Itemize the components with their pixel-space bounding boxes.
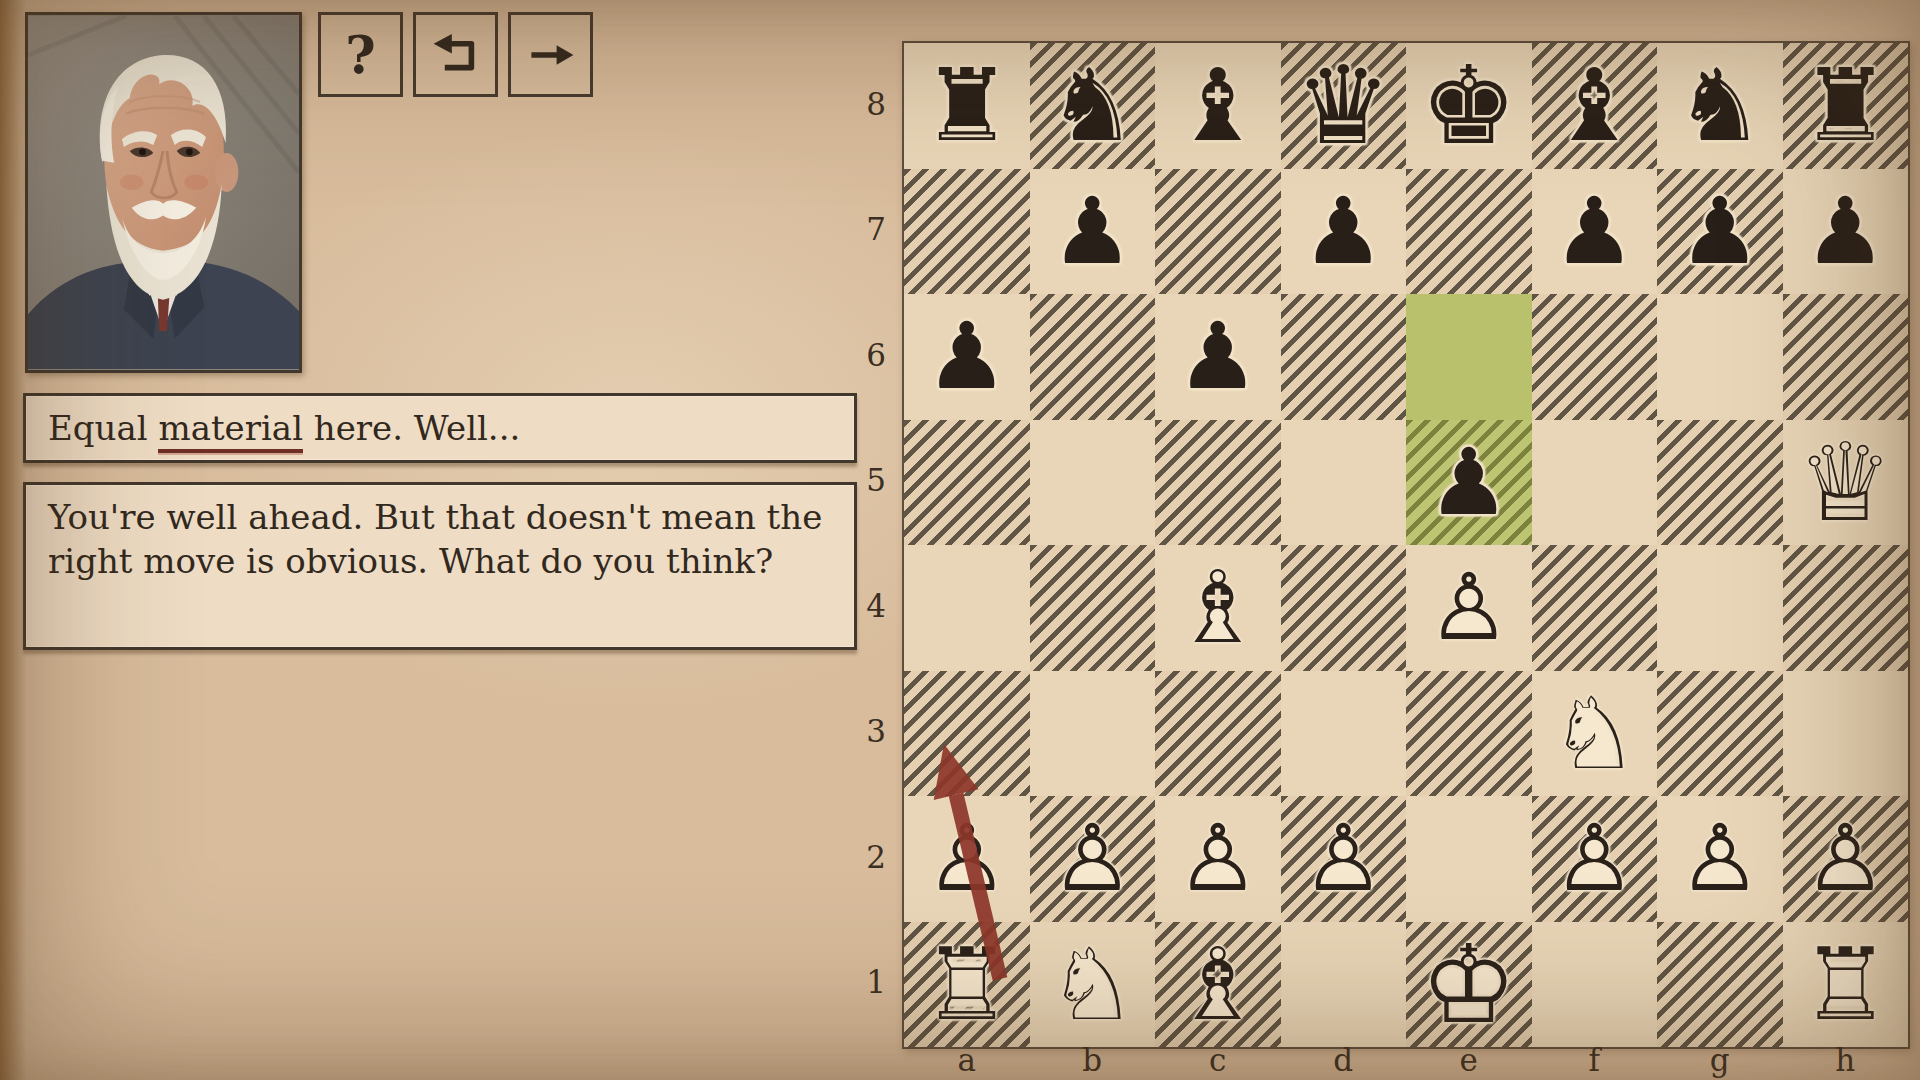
piece-outline: ♙ xyxy=(1406,545,1532,671)
square-d6[interactable] xyxy=(1281,294,1407,420)
black-pawn-b7: ♟ xyxy=(1030,169,1156,295)
square-h6[interactable] xyxy=(1783,294,1909,420)
square-b5[interactable] xyxy=(1030,420,1156,546)
piece-outline: ♗ xyxy=(1155,545,1281,671)
square-c3[interactable] xyxy=(1155,671,1281,797)
black-pawn-a6: ♟ xyxy=(904,294,1030,420)
undo-arrow-icon xyxy=(428,27,484,83)
square-f6[interactable] xyxy=(1532,294,1658,420)
square-f4[interactable] xyxy=(1532,545,1658,671)
square-f8[interactable]: ♝ xyxy=(1532,43,1658,169)
square-d2[interactable]: ♟♙ xyxy=(1281,796,1407,922)
dialogue-text-1: Equal material here. Well... xyxy=(26,396,854,462)
square-e6[interactable] xyxy=(1406,294,1532,420)
piece-outline: ♘ xyxy=(1030,922,1156,1048)
rank-label-6: 6 xyxy=(842,292,894,418)
square-e3[interactable] xyxy=(1406,671,1532,797)
square-g6[interactable] xyxy=(1657,294,1783,420)
black-bishop-f8: ♝ xyxy=(1532,43,1658,169)
square-b8[interactable]: ♞ xyxy=(1030,43,1156,169)
square-e2[interactable] xyxy=(1406,796,1532,922)
rank-label-3: 3 xyxy=(842,669,894,795)
rank-label-7: 7 xyxy=(842,167,894,293)
piece-outline: ♙ xyxy=(1532,796,1658,922)
square-b1[interactable]: ♞♘ xyxy=(1030,922,1156,1048)
square-c4[interactable]: ♝♗ xyxy=(1155,545,1281,671)
white-rook-a1: ♜♖ xyxy=(904,922,1030,1048)
coach-portrait xyxy=(25,12,302,373)
dialogue-bubble-2: You're well ahead. But that doesn't mean… xyxy=(23,482,857,650)
dialogue-bubble-1: Equal material here. Well... xyxy=(23,393,857,463)
dialogue-text-2: You're well ahead. But that doesn't mean… xyxy=(26,485,854,595)
file-label-f: f xyxy=(1532,1042,1658,1080)
square-a6[interactable]: ♟ xyxy=(904,294,1030,420)
square-c8[interactable]: ♝ xyxy=(1155,43,1281,169)
square-f1[interactable] xyxy=(1532,922,1658,1048)
white-pawn-h2: ♟♙ xyxy=(1783,796,1909,922)
white-bishop-c1: ♝♗ xyxy=(1155,922,1281,1048)
square-b7[interactable]: ♟ xyxy=(1030,169,1156,295)
rank-label-4: 4 xyxy=(842,543,894,669)
black-rook-h8: ♜ xyxy=(1783,43,1909,169)
square-e5[interactable]: ♟ xyxy=(1406,420,1532,546)
square-a5[interactable] xyxy=(904,420,1030,546)
file-label-e: e xyxy=(1406,1042,1532,1080)
square-h5[interactable]: ♛♕ xyxy=(1783,420,1909,546)
square-g7[interactable]: ♟ xyxy=(1657,169,1783,295)
piece-outline: ♗ xyxy=(1155,922,1281,1048)
black-pawn-f7: ♟ xyxy=(1532,169,1658,295)
chess-board: ♜♞♝♛♚♝♞♜♟♟♟♟♟♟♟♟♛♕♝♗♟♙♞♘♟♙♟♙♟♙♟♙♟♙♟♙♟♙♜♖… xyxy=(902,41,1910,1049)
square-a3[interactable] xyxy=(904,671,1030,797)
square-b6[interactable] xyxy=(1030,294,1156,420)
white-knight-f3: ♞♘ xyxy=(1532,671,1658,797)
square-a2[interactable]: ♟♙ xyxy=(904,796,1030,922)
square-a1[interactable]: ♜♖ xyxy=(904,922,1030,1048)
right-arrow-icon xyxy=(523,27,579,83)
square-g5[interactable] xyxy=(1657,420,1783,546)
square-e7[interactable] xyxy=(1406,169,1532,295)
white-rook-h1: ♜♖ xyxy=(1783,922,1909,1048)
square-h4[interactable] xyxy=(1783,545,1909,671)
square-c5[interactable] xyxy=(1155,420,1281,546)
rank-label-1: 1 xyxy=(842,920,894,1046)
square-g3[interactable] xyxy=(1657,671,1783,797)
square-g1[interactable] xyxy=(1657,922,1783,1048)
square-d4[interactable] xyxy=(1281,545,1407,671)
black-king-e8: ♚ xyxy=(1406,43,1532,169)
black-knight-b8: ♞ xyxy=(1030,43,1156,169)
square-f7[interactable]: ♟ xyxy=(1532,169,1658,295)
square-h3[interactable] xyxy=(1783,671,1909,797)
square-d8[interactable]: ♛ xyxy=(1281,43,1407,169)
square-c6[interactable]: ♟ xyxy=(1155,294,1281,420)
square-c7[interactable] xyxy=(1155,169,1281,295)
piece-outline: ♖ xyxy=(1783,922,1909,1048)
square-h8[interactable]: ♜ xyxy=(1783,43,1909,169)
dialogue-text-part: You're well ahead. But that doesn't mean… xyxy=(48,497,822,581)
white-pawn-d2: ♟♙ xyxy=(1281,796,1407,922)
square-a4[interactable] xyxy=(904,545,1030,671)
square-d5[interactable] xyxy=(1281,420,1407,546)
file-label-g: g xyxy=(1657,1042,1783,1080)
white-pawn-c2: ♟♙ xyxy=(1155,796,1281,922)
square-h7[interactable]: ♟ xyxy=(1783,169,1909,295)
white-knight-b1: ♞♘ xyxy=(1030,922,1156,1048)
black-pawn-d7: ♟ xyxy=(1281,169,1407,295)
white-pawn-e4: ♟♙ xyxy=(1406,545,1532,671)
piece-outline: ♘ xyxy=(1532,671,1658,797)
black-rook-a8: ♜ xyxy=(904,43,1030,169)
square-a8[interactable]: ♜ xyxy=(904,43,1030,169)
square-d7[interactable]: ♟ xyxy=(1281,169,1407,295)
black-knight-g8: ♞ xyxy=(1657,43,1783,169)
square-g2[interactable]: ♟♙ xyxy=(1657,796,1783,922)
black-pawn-e5: ♟ xyxy=(1406,420,1532,546)
square-g8[interactable]: ♞ xyxy=(1657,43,1783,169)
file-label-c: c xyxy=(1155,1042,1281,1080)
file-label-h: h xyxy=(1783,1042,1909,1080)
question-mark-icon: ? xyxy=(345,29,375,81)
piece-outline: ♙ xyxy=(1281,796,1407,922)
piece-outline: ♙ xyxy=(1030,796,1156,922)
white-pawn-f2: ♟♙ xyxy=(1532,796,1658,922)
piece-outline: ♙ xyxy=(1783,796,1909,922)
help-button[interactable]: ? xyxy=(318,12,403,97)
square-c1[interactable]: ♝♗ xyxy=(1155,922,1281,1048)
black-bishop-c8: ♝ xyxy=(1155,43,1281,169)
square-h1[interactable]: ♜♖ xyxy=(1783,922,1909,1048)
black-pawn-h7: ♟ xyxy=(1783,169,1909,295)
square-d3[interactable] xyxy=(1281,671,1407,797)
white-queen-h5: ♛♕ xyxy=(1783,420,1909,546)
black-queen-d8: ♛ xyxy=(1281,43,1407,169)
piece-outline: ♙ xyxy=(904,796,1030,922)
square-e1[interactable]: ♚♔ xyxy=(1406,922,1532,1048)
dialogue-text-part: Equal xyxy=(48,408,158,448)
square-e4[interactable]: ♟♙ xyxy=(1406,545,1532,671)
file-label-d: d xyxy=(1281,1042,1407,1080)
piece-outline: ♔ xyxy=(1406,922,1532,1048)
rank-label-5: 5 xyxy=(842,418,894,544)
coach-portrait-art xyxy=(28,15,299,370)
dialogue-term-underlined: material xyxy=(158,408,303,453)
white-pawn-a2: ♟♙ xyxy=(904,796,1030,922)
rank-label-8: 8 xyxy=(842,41,894,167)
undo-button[interactable] xyxy=(413,12,498,97)
square-b4[interactable] xyxy=(1030,545,1156,671)
next-button[interactable] xyxy=(508,12,593,97)
white-pawn-b2: ♟♙ xyxy=(1030,796,1156,922)
white-king-e1: ♚♔ xyxy=(1406,922,1532,1048)
square-f5[interactable] xyxy=(1532,420,1658,546)
white-pawn-g2: ♟♙ xyxy=(1657,796,1783,922)
file-labels: abcdefgh xyxy=(904,1042,1908,1080)
piece-outline: ♕ xyxy=(1783,420,1909,546)
rank-label-2: 2 xyxy=(842,794,894,920)
square-f3[interactable]: ♞♘ xyxy=(1532,671,1658,797)
square-c2[interactable]: ♟♙ xyxy=(1155,796,1281,922)
white-bishop-c4: ♝♗ xyxy=(1155,545,1281,671)
file-label-a: a xyxy=(904,1042,1030,1080)
square-a7[interactable] xyxy=(904,169,1030,295)
piece-outline: ♙ xyxy=(1155,796,1281,922)
square-h2[interactable]: ♟♙ xyxy=(1783,796,1909,922)
square-b3[interactable] xyxy=(1030,671,1156,797)
square-g4[interactable] xyxy=(1657,545,1783,671)
square-f2[interactable]: ♟♙ xyxy=(1532,796,1658,922)
file-label-b: b xyxy=(1030,1042,1156,1080)
piece-outline: ♙ xyxy=(1657,796,1783,922)
square-e8[interactable]: ♚ xyxy=(1406,43,1532,169)
black-pawn-c6: ♟ xyxy=(1155,294,1281,420)
dialogue-text-part: here. Well... xyxy=(303,408,520,448)
square-b2[interactable]: ♟♙ xyxy=(1030,796,1156,922)
rank-labels: 87654321 xyxy=(842,41,894,1049)
square-d1[interactable] xyxy=(1281,922,1407,1048)
black-pawn-g7: ♟ xyxy=(1657,169,1783,295)
piece-outline: ♖ xyxy=(904,922,1030,1048)
